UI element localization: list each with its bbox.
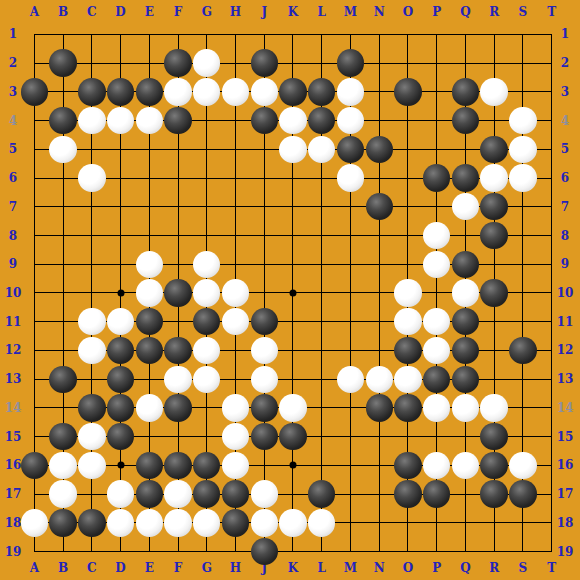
intersection-A4[interactable] bbox=[20, 106, 49, 135]
intersection-F10[interactable] bbox=[164, 279, 193, 308]
intersection-Q19[interactable] bbox=[451, 537, 480, 566]
intersection-N15[interactable] bbox=[365, 422, 394, 451]
intersection-M11[interactable] bbox=[336, 307, 365, 336]
intersection-G16[interactable] bbox=[192, 451, 221, 480]
intersection-A11[interactable] bbox=[20, 307, 49, 336]
intersection-A5[interactable] bbox=[20, 135, 49, 164]
intersection-G2[interactable] bbox=[192, 49, 221, 78]
intersection-O12[interactable] bbox=[394, 336, 423, 365]
intersection-H10[interactable] bbox=[221, 279, 250, 308]
intersection-P9[interactable] bbox=[422, 250, 451, 279]
intersection-T17[interactable] bbox=[537, 480, 566, 509]
intersection-G5[interactable] bbox=[192, 135, 221, 164]
intersection-N13[interactable] bbox=[365, 365, 394, 394]
intersection-Q8[interactable] bbox=[451, 221, 480, 250]
intersection-P1[interactable] bbox=[422, 20, 451, 49]
intersection-G3[interactable] bbox=[192, 77, 221, 106]
intersection-M13[interactable] bbox=[336, 365, 365, 394]
intersection-H12[interactable] bbox=[221, 336, 250, 365]
intersection-E10[interactable] bbox=[135, 279, 164, 308]
intersection-P16[interactable] bbox=[422, 451, 451, 480]
intersection-L6[interactable] bbox=[307, 164, 336, 193]
intersection-D14[interactable] bbox=[106, 394, 135, 423]
intersection-T16[interactable] bbox=[537, 451, 566, 480]
intersection-H16[interactable] bbox=[221, 451, 250, 480]
intersection-T13[interactable] bbox=[537, 365, 566, 394]
intersection-L8[interactable] bbox=[307, 221, 336, 250]
intersection-R19[interactable] bbox=[480, 537, 509, 566]
intersection-F14[interactable] bbox=[164, 394, 193, 423]
intersection-N18[interactable] bbox=[365, 509, 394, 538]
intersection-A8[interactable] bbox=[20, 221, 49, 250]
intersection-O7[interactable] bbox=[394, 192, 423, 221]
intersection-F12[interactable] bbox=[164, 336, 193, 365]
intersection-L2[interactable] bbox=[307, 49, 336, 78]
intersection-C19[interactable] bbox=[77, 537, 106, 566]
intersection-D2[interactable] bbox=[106, 49, 135, 78]
intersection-T11[interactable] bbox=[537, 307, 566, 336]
intersection-H17[interactable] bbox=[221, 480, 250, 509]
intersection-H18[interactable] bbox=[221, 509, 250, 538]
intersection-F17[interactable] bbox=[164, 480, 193, 509]
intersection-J2[interactable] bbox=[250, 49, 279, 78]
intersection-M14[interactable] bbox=[336, 394, 365, 423]
intersection-R15[interactable] bbox=[480, 422, 509, 451]
intersection-A3[interactable] bbox=[20, 77, 49, 106]
intersection-S15[interactable] bbox=[509, 422, 538, 451]
intersection-J15[interactable] bbox=[250, 422, 279, 451]
intersection-P14[interactable] bbox=[422, 394, 451, 423]
intersection-B3[interactable] bbox=[49, 77, 78, 106]
intersection-K9[interactable] bbox=[279, 250, 308, 279]
intersection-F6[interactable] bbox=[164, 164, 193, 193]
intersection-R11[interactable] bbox=[480, 307, 509, 336]
intersection-N14[interactable] bbox=[365, 394, 394, 423]
intersection-L13[interactable] bbox=[307, 365, 336, 394]
intersection-O4[interactable] bbox=[394, 106, 423, 135]
intersection-O9[interactable] bbox=[394, 250, 423, 279]
intersection-L14[interactable] bbox=[307, 394, 336, 423]
intersection-F15[interactable] bbox=[164, 422, 193, 451]
intersection-S4[interactable] bbox=[509, 106, 538, 135]
intersection-N8[interactable] bbox=[365, 221, 394, 250]
intersection-O10[interactable] bbox=[394, 279, 423, 308]
intersection-P10[interactable] bbox=[422, 279, 451, 308]
intersection-G10[interactable] bbox=[192, 279, 221, 308]
intersection-F7[interactable] bbox=[164, 192, 193, 221]
intersection-M1[interactable] bbox=[336, 20, 365, 49]
intersection-E3[interactable] bbox=[135, 77, 164, 106]
intersection-O8[interactable] bbox=[394, 221, 423, 250]
intersection-T2[interactable] bbox=[537, 49, 566, 78]
intersection-C14[interactable] bbox=[77, 394, 106, 423]
intersection-G8[interactable] bbox=[192, 221, 221, 250]
intersection-D6[interactable] bbox=[106, 164, 135, 193]
intersection-E14[interactable] bbox=[135, 394, 164, 423]
intersection-T4[interactable] bbox=[537, 106, 566, 135]
intersection-E6[interactable] bbox=[135, 164, 164, 193]
intersection-T7[interactable] bbox=[537, 192, 566, 221]
intersection-K7[interactable] bbox=[279, 192, 308, 221]
intersection-J3[interactable] bbox=[250, 77, 279, 106]
intersection-F3[interactable] bbox=[164, 77, 193, 106]
intersection-K2[interactable] bbox=[279, 49, 308, 78]
intersection-C1[interactable] bbox=[77, 20, 106, 49]
intersection-L19[interactable] bbox=[307, 537, 336, 566]
intersection-C6[interactable] bbox=[77, 164, 106, 193]
intersection-J17[interactable] bbox=[250, 480, 279, 509]
intersection-D19[interactable] bbox=[106, 537, 135, 566]
intersection-K13[interactable] bbox=[279, 365, 308, 394]
intersection-C7[interactable] bbox=[77, 192, 106, 221]
intersection-J12[interactable] bbox=[250, 336, 279, 365]
intersection-K3[interactable] bbox=[279, 77, 308, 106]
intersection-G9[interactable] bbox=[192, 250, 221, 279]
intersection-R17[interactable] bbox=[480, 480, 509, 509]
intersection-G1[interactable] bbox=[192, 20, 221, 49]
intersection-H11[interactable] bbox=[221, 307, 250, 336]
intersection-S9[interactable] bbox=[509, 250, 538, 279]
intersection-E9[interactable] bbox=[135, 250, 164, 279]
intersection-N4[interactable] bbox=[365, 106, 394, 135]
intersection-J7[interactable] bbox=[250, 192, 279, 221]
intersection-J10[interactable] bbox=[250, 279, 279, 308]
intersection-E2[interactable] bbox=[135, 49, 164, 78]
intersection-G13[interactable] bbox=[192, 365, 221, 394]
intersection-Q16[interactable] bbox=[451, 451, 480, 480]
intersection-O16[interactable] bbox=[394, 451, 423, 480]
intersection-E18[interactable] bbox=[135, 509, 164, 538]
intersection-M15[interactable] bbox=[336, 422, 365, 451]
intersection-P8[interactable] bbox=[422, 221, 451, 250]
intersection-M9[interactable] bbox=[336, 250, 365, 279]
intersection-P19[interactable] bbox=[422, 537, 451, 566]
intersection-C13[interactable] bbox=[77, 365, 106, 394]
intersection-F1[interactable] bbox=[164, 20, 193, 49]
intersection-B1[interactable] bbox=[49, 20, 78, 49]
intersection-D10[interactable] bbox=[106, 279, 135, 308]
intersection-C12[interactable] bbox=[77, 336, 106, 365]
intersection-P15[interactable] bbox=[422, 422, 451, 451]
intersection-R12[interactable] bbox=[480, 336, 509, 365]
intersection-G7[interactable] bbox=[192, 192, 221, 221]
intersection-E1[interactable] bbox=[135, 20, 164, 49]
intersection-R9[interactable] bbox=[480, 250, 509, 279]
intersection-S12[interactable] bbox=[509, 336, 538, 365]
intersection-J8[interactable] bbox=[250, 221, 279, 250]
intersection-L16[interactable] bbox=[307, 451, 336, 480]
intersection-D12[interactable] bbox=[106, 336, 135, 365]
intersection-N16[interactable] bbox=[365, 451, 394, 480]
intersection-O17[interactable] bbox=[394, 480, 423, 509]
intersection-A1[interactable] bbox=[20, 20, 49, 49]
intersection-S3[interactable] bbox=[509, 77, 538, 106]
intersection-N7[interactable] bbox=[365, 192, 394, 221]
intersection-D7[interactable] bbox=[106, 192, 135, 221]
intersection-Q14[interactable] bbox=[451, 394, 480, 423]
intersection-C9[interactable] bbox=[77, 250, 106, 279]
intersection-M19[interactable] bbox=[336, 537, 365, 566]
intersection-Q2[interactable] bbox=[451, 49, 480, 78]
intersection-C18[interactable] bbox=[77, 509, 106, 538]
intersection-B10[interactable] bbox=[49, 279, 78, 308]
intersection-R3[interactable] bbox=[480, 77, 509, 106]
intersection-K15[interactable] bbox=[279, 422, 308, 451]
intersection-S10[interactable] bbox=[509, 279, 538, 308]
intersection-F16[interactable] bbox=[164, 451, 193, 480]
intersection-T12[interactable] bbox=[537, 336, 566, 365]
intersection-M7[interactable] bbox=[336, 192, 365, 221]
intersection-L7[interactable] bbox=[307, 192, 336, 221]
intersection-T10[interactable] bbox=[537, 279, 566, 308]
intersection-F13[interactable] bbox=[164, 365, 193, 394]
intersection-E4[interactable] bbox=[135, 106, 164, 135]
intersection-B15[interactable] bbox=[49, 422, 78, 451]
intersection-A17[interactable] bbox=[20, 480, 49, 509]
intersection-D11[interactable] bbox=[106, 307, 135, 336]
intersection-G12[interactable] bbox=[192, 336, 221, 365]
intersection-J4[interactable] bbox=[250, 106, 279, 135]
intersection-T3[interactable] bbox=[537, 77, 566, 106]
intersection-R2[interactable] bbox=[480, 49, 509, 78]
intersection-L4[interactable] bbox=[307, 106, 336, 135]
intersection-B16[interactable] bbox=[49, 451, 78, 480]
intersection-K12[interactable] bbox=[279, 336, 308, 365]
intersection-S5[interactable] bbox=[509, 135, 538, 164]
intersection-P13[interactable] bbox=[422, 365, 451, 394]
intersection-H4[interactable] bbox=[221, 106, 250, 135]
intersection-A12[interactable] bbox=[20, 336, 49, 365]
intersection-C17[interactable] bbox=[77, 480, 106, 509]
intersection-M17[interactable] bbox=[336, 480, 365, 509]
intersection-K4[interactable] bbox=[279, 106, 308, 135]
intersection-C15[interactable] bbox=[77, 422, 106, 451]
intersection-Q12[interactable] bbox=[451, 336, 480, 365]
intersection-P7[interactable] bbox=[422, 192, 451, 221]
intersection-B14[interactable] bbox=[49, 394, 78, 423]
intersection-A9[interactable] bbox=[20, 250, 49, 279]
intersection-S19[interactable] bbox=[509, 537, 538, 566]
intersection-A2[interactable] bbox=[20, 49, 49, 78]
intersection-O15[interactable] bbox=[394, 422, 423, 451]
intersection-D18[interactable] bbox=[106, 509, 135, 538]
intersection-K10[interactable] bbox=[279, 279, 308, 308]
intersection-S2[interactable] bbox=[509, 49, 538, 78]
intersection-B17[interactable] bbox=[49, 480, 78, 509]
intersection-J16[interactable] bbox=[250, 451, 279, 480]
intersection-S7[interactable] bbox=[509, 192, 538, 221]
intersection-J9[interactable] bbox=[250, 250, 279, 279]
intersection-J14[interactable] bbox=[250, 394, 279, 423]
intersection-N9[interactable] bbox=[365, 250, 394, 279]
intersection-B18[interactable] bbox=[49, 509, 78, 538]
intersection-H8[interactable] bbox=[221, 221, 250, 250]
intersection-F18[interactable] bbox=[164, 509, 193, 538]
intersection-O13[interactable] bbox=[394, 365, 423, 394]
intersection-D4[interactable] bbox=[106, 106, 135, 135]
intersection-E16[interactable] bbox=[135, 451, 164, 480]
intersection-S13[interactable] bbox=[509, 365, 538, 394]
intersection-O18[interactable] bbox=[394, 509, 423, 538]
intersection-P6[interactable] bbox=[422, 164, 451, 193]
intersection-R1[interactable] bbox=[480, 20, 509, 49]
intersection-P12[interactable] bbox=[422, 336, 451, 365]
intersection-P18[interactable] bbox=[422, 509, 451, 538]
intersection-G18[interactable] bbox=[192, 509, 221, 538]
intersection-N1[interactable] bbox=[365, 20, 394, 49]
intersection-K17[interactable] bbox=[279, 480, 308, 509]
intersection-L10[interactable] bbox=[307, 279, 336, 308]
intersection-N11[interactable] bbox=[365, 307, 394, 336]
intersection-Q15[interactable] bbox=[451, 422, 480, 451]
intersection-K1[interactable] bbox=[279, 20, 308, 49]
intersection-P11[interactable] bbox=[422, 307, 451, 336]
intersection-B19[interactable] bbox=[49, 537, 78, 566]
intersection-O19[interactable] bbox=[394, 537, 423, 566]
intersection-R4[interactable] bbox=[480, 106, 509, 135]
intersection-G6[interactable] bbox=[192, 164, 221, 193]
intersection-R8[interactable] bbox=[480, 221, 509, 250]
intersection-O2[interactable] bbox=[394, 49, 423, 78]
intersection-M12[interactable] bbox=[336, 336, 365, 365]
intersection-F5[interactable] bbox=[164, 135, 193, 164]
intersection-D9[interactable] bbox=[106, 250, 135, 279]
intersection-R5[interactable] bbox=[480, 135, 509, 164]
intersection-K14[interactable] bbox=[279, 394, 308, 423]
intersection-Q1[interactable] bbox=[451, 20, 480, 49]
intersection-S17[interactable] bbox=[509, 480, 538, 509]
intersection-J19[interactable] bbox=[250, 537, 279, 566]
intersection-B2[interactable] bbox=[49, 49, 78, 78]
intersection-O3[interactable] bbox=[394, 77, 423, 106]
intersection-D8[interactable] bbox=[106, 221, 135, 250]
intersection-S16[interactable] bbox=[509, 451, 538, 480]
intersection-P17[interactable] bbox=[422, 480, 451, 509]
intersection-S6[interactable] bbox=[509, 164, 538, 193]
intersection-E11[interactable] bbox=[135, 307, 164, 336]
intersection-E5[interactable] bbox=[135, 135, 164, 164]
intersection-M4[interactable] bbox=[336, 106, 365, 135]
intersection-F11[interactable] bbox=[164, 307, 193, 336]
intersection-B9[interactable] bbox=[49, 250, 78, 279]
intersection-H15[interactable] bbox=[221, 422, 250, 451]
intersection-T19[interactable] bbox=[537, 537, 566, 566]
intersection-A15[interactable] bbox=[20, 422, 49, 451]
intersection-J11[interactable] bbox=[250, 307, 279, 336]
intersection-L15[interactable] bbox=[307, 422, 336, 451]
intersection-O1[interactable] bbox=[394, 20, 423, 49]
intersection-M2[interactable] bbox=[336, 49, 365, 78]
intersection-T18[interactable] bbox=[537, 509, 566, 538]
intersection-O6[interactable] bbox=[394, 164, 423, 193]
intersection-J1[interactable] bbox=[250, 20, 279, 49]
intersection-N6[interactable] bbox=[365, 164, 394, 193]
intersection-B8[interactable] bbox=[49, 221, 78, 250]
intersection-L11[interactable] bbox=[307, 307, 336, 336]
intersection-E8[interactable] bbox=[135, 221, 164, 250]
intersection-N17[interactable] bbox=[365, 480, 394, 509]
intersection-K16[interactable] bbox=[279, 451, 308, 480]
intersection-B13[interactable] bbox=[49, 365, 78, 394]
intersection-F4[interactable] bbox=[164, 106, 193, 135]
intersection-T5[interactable] bbox=[537, 135, 566, 164]
intersection-P5[interactable] bbox=[422, 135, 451, 164]
intersection-T9[interactable] bbox=[537, 250, 566, 279]
intersection-N19[interactable] bbox=[365, 537, 394, 566]
intersection-R16[interactable] bbox=[480, 451, 509, 480]
intersection-R13[interactable] bbox=[480, 365, 509, 394]
intersection-K5[interactable] bbox=[279, 135, 308, 164]
intersection-K6[interactable] bbox=[279, 164, 308, 193]
intersection-C3[interactable] bbox=[77, 77, 106, 106]
intersection-D13[interactable] bbox=[106, 365, 135, 394]
intersection-Q9[interactable] bbox=[451, 250, 480, 279]
intersection-N2[interactable] bbox=[365, 49, 394, 78]
intersection-M6[interactable] bbox=[336, 164, 365, 193]
intersection-C5[interactable] bbox=[77, 135, 106, 164]
intersection-R14[interactable] bbox=[480, 394, 509, 423]
intersection-C4[interactable] bbox=[77, 106, 106, 135]
intersection-D17[interactable] bbox=[106, 480, 135, 509]
intersection-D16[interactable] bbox=[106, 451, 135, 480]
intersection-E17[interactable] bbox=[135, 480, 164, 509]
intersection-C16[interactable] bbox=[77, 451, 106, 480]
intersection-A16[interactable] bbox=[20, 451, 49, 480]
intersection-B5[interactable] bbox=[49, 135, 78, 164]
intersection-L18[interactable] bbox=[307, 509, 336, 538]
intersection-D15[interactable] bbox=[106, 422, 135, 451]
intersection-H3[interactable] bbox=[221, 77, 250, 106]
intersection-R10[interactable] bbox=[480, 279, 509, 308]
intersection-L17[interactable] bbox=[307, 480, 336, 509]
intersection-J13[interactable] bbox=[250, 365, 279, 394]
intersection-A7[interactable] bbox=[20, 192, 49, 221]
intersection-O11[interactable] bbox=[394, 307, 423, 336]
intersection-M10[interactable] bbox=[336, 279, 365, 308]
intersection-T6[interactable] bbox=[537, 164, 566, 193]
intersection-G15[interactable] bbox=[192, 422, 221, 451]
intersection-K11[interactable] bbox=[279, 307, 308, 336]
intersection-E12[interactable] bbox=[135, 336, 164, 365]
intersection-E15[interactable] bbox=[135, 422, 164, 451]
intersection-A13[interactable] bbox=[20, 365, 49, 394]
intersection-O14[interactable] bbox=[394, 394, 423, 423]
intersection-K18[interactable] bbox=[279, 509, 308, 538]
intersection-Q13[interactable] bbox=[451, 365, 480, 394]
intersection-L5[interactable] bbox=[307, 135, 336, 164]
intersection-E19[interactable] bbox=[135, 537, 164, 566]
intersection-D5[interactable] bbox=[106, 135, 135, 164]
intersection-T15[interactable] bbox=[537, 422, 566, 451]
intersection-B12[interactable] bbox=[49, 336, 78, 365]
intersection-H2[interactable] bbox=[221, 49, 250, 78]
intersection-R6[interactable] bbox=[480, 164, 509, 193]
intersection-L3[interactable] bbox=[307, 77, 336, 106]
intersection-N3[interactable] bbox=[365, 77, 394, 106]
intersection-J18[interactable] bbox=[250, 509, 279, 538]
intersection-F9[interactable] bbox=[164, 250, 193, 279]
intersection-N5[interactable] bbox=[365, 135, 394, 164]
intersection-Q5[interactable] bbox=[451, 135, 480, 164]
intersection-C8[interactable] bbox=[77, 221, 106, 250]
intersection-Q17[interactable] bbox=[451, 480, 480, 509]
intersection-P2[interactable] bbox=[422, 49, 451, 78]
intersection-L1[interactable] bbox=[307, 20, 336, 49]
intersection-F8[interactable] bbox=[164, 221, 193, 250]
intersection-G4[interactable] bbox=[192, 106, 221, 135]
intersection-Q7[interactable] bbox=[451, 192, 480, 221]
intersection-L12[interactable] bbox=[307, 336, 336, 365]
